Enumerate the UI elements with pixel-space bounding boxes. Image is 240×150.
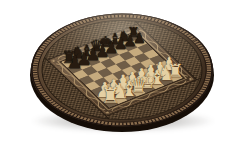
board-plane [30, 13, 214, 127]
product-photo-scene: ♜♞♝♛♚♝♞♜♟♟♟♟♟♟♟♟♟♟♟♟♟♟♟♟♜♞♝♛♚♝♞♜ [0, 0, 240, 150]
board-rotation-frame [0, 0, 240, 149]
